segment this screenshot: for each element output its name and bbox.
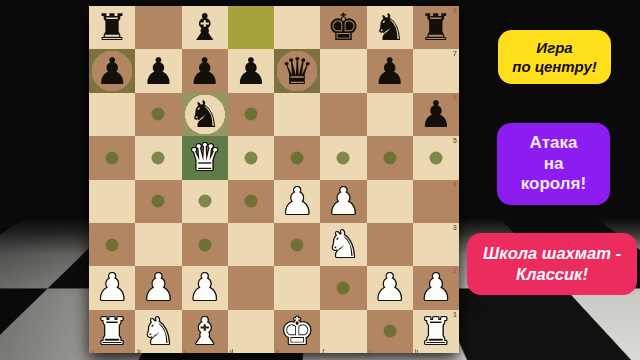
banner-chess-school-line2: Классик! <box>516 264 588 285</box>
square-g6[interactable] <box>367 93 413 136</box>
square-f3[interactable]: ♞ <box>320 223 366 266</box>
square-b5[interactable] <box>135 136 181 179</box>
file-label-b: b <box>137 348 141 353</box>
file-label-a: a <box>91 348 94 353</box>
piece-black-bishop[interactable]: ♝ <box>188 9 221 46</box>
square-h2[interactable]: ♟2 <box>413 266 459 309</box>
square-e4[interactable]: ♟ <box>274 180 320 223</box>
square-g1[interactable]: g <box>367 310 413 353</box>
square-a2[interactable]: ♟ <box>89 266 135 309</box>
square-h3[interactable]: 3 <box>413 223 459 266</box>
square-a4[interactable] <box>89 180 135 223</box>
piece-black-pawn[interactable]: ♟ <box>142 53 175 90</box>
piece-black-pawn[interactable]: ♟ <box>373 53 406 90</box>
square-c4[interactable] <box>182 180 228 223</box>
square-e7[interactable]: ♛ <box>274 49 320 92</box>
square-f7[interactable] <box>320 49 366 92</box>
rank-label-2: 2 <box>453 267 457 274</box>
banner-play-center-line1: Игра <box>536 38 572 58</box>
square-b6[interactable] <box>135 93 181 136</box>
square-b4[interactable] <box>135 180 181 223</box>
rank-label-3: 3 <box>453 224 457 231</box>
square-f5[interactable] <box>320 136 366 179</box>
square-e1[interactable]: ♚e <box>274 310 320 353</box>
square-d7[interactable]: ♟ <box>228 49 274 92</box>
square-h6[interactable]: ♟6 <box>413 93 459 136</box>
piece-white-queen[interactable]: ♛ <box>188 139 221 176</box>
piece-white-rook[interactable]: ♜ <box>96 313 129 350</box>
square-f2[interactable] <box>320 266 366 309</box>
file-label-h: h <box>415 348 419 353</box>
piece-white-pawn[interactable]: ♟ <box>419 269 452 306</box>
square-c1[interactable]: ♝c <box>182 310 228 353</box>
square-g5[interactable] <box>367 136 413 179</box>
banner-attack-king-line2: на <box>544 154 564 174</box>
banner-attack-king-line1: Атака <box>530 133 578 153</box>
piece-white-knight[interactable]: ♞ <box>142 313 175 350</box>
piece-black-queen[interactable]: ♛ <box>281 53 314 90</box>
square-g7[interactable]: ♟ <box>367 49 413 92</box>
square-h1[interactable]: ♜1h <box>413 310 459 353</box>
square-h4[interactable]: 4 <box>413 180 459 223</box>
square-b3[interactable] <box>135 223 181 266</box>
rank-label-6: 6 <box>453 94 457 101</box>
file-label-g: g <box>369 348 373 353</box>
file-label-c: c <box>184 348 187 353</box>
square-h7[interactable]: 7 <box>413 49 459 92</box>
square-d4[interactable] <box>228 180 274 223</box>
square-d2[interactable] <box>228 266 274 309</box>
rank-label-1: 1 <box>453 311 457 318</box>
piece-white-pawn[interactable]: ♟ <box>281 183 314 220</box>
square-b8[interactable] <box>135 6 181 49</box>
file-label-f: f <box>322 348 324 353</box>
square-b1[interactable]: ♞b <box>135 310 181 353</box>
piece-white-knight[interactable]: ♞ <box>327 226 360 263</box>
rank-label-8: 8 <box>453 7 457 14</box>
square-d8[interactable] <box>228 6 274 49</box>
piece-black-pawn[interactable]: ♟ <box>96 53 129 90</box>
piece-black-king[interactable]: ♚ <box>327 9 360 46</box>
square-h5[interactable]: 5 <box>413 136 459 179</box>
square-a5[interactable] <box>89 136 135 179</box>
square-d1[interactable]: d <box>228 310 274 353</box>
square-f8[interactable]: ♚ <box>320 6 366 49</box>
rank-label-4: 4 <box>453 181 457 188</box>
banner-attack-king: Атака на короля! <box>497 123 610 205</box>
square-e2[interactable] <box>274 266 320 309</box>
square-a7[interactable]: ♟ <box>89 49 135 92</box>
piece-white-pawn[interactable]: ♟ <box>327 183 360 220</box>
square-c7[interactable]: ♟ <box>182 49 228 92</box>
square-e8[interactable] <box>274 6 320 49</box>
piece-white-pawn[interactable]: ♟ <box>188 269 221 306</box>
rank-label-5: 5 <box>453 137 457 144</box>
piece-white-rook[interactable]: ♜ <box>419 313 452 350</box>
file-label-d: d <box>230 348 234 353</box>
piece-black-pawn[interactable]: ♟ <box>419 96 452 133</box>
square-d6[interactable] <box>228 93 274 136</box>
banner-attack-king-line3: короля! <box>521 174 586 194</box>
square-g2[interactable]: ♟ <box>367 266 413 309</box>
square-e3[interactable] <box>274 223 320 266</box>
square-e6[interactable] <box>274 93 320 136</box>
square-a8[interactable]: ♜ <box>89 6 135 49</box>
square-f1[interactable]: f <box>320 310 366 353</box>
piece-white-pawn[interactable]: ♟ <box>373 269 406 306</box>
banner-chess-school: Школа шахмат - Классик! <box>467 233 637 295</box>
square-c8[interactable]: ♝ <box>182 6 228 49</box>
piece-white-bishop[interactable]: ♝ <box>188 313 221 350</box>
piece-white-pawn[interactable]: ♟ <box>142 269 175 306</box>
piece-black-rook[interactable]: ♜ <box>419 9 452 46</box>
piece-black-knight[interactable]: ♞ <box>188 96 221 133</box>
banner-play-center-line2: по центру! <box>512 57 596 77</box>
chess-board[interactable]: ♜♝♚♞♜8♟♟♟♟♛♟7♞♟6♛5♟♟4♞3♟♟♟♟♟2♜a♞b♝cd♚efg… <box>89 6 459 353</box>
square-a1[interactable]: ♜a <box>89 310 135 353</box>
square-g4[interactable] <box>367 180 413 223</box>
banner-chess-school-line1: Школа шахмат - <box>483 243 621 264</box>
piece-black-knight[interactable]: ♞ <box>373 9 406 46</box>
square-g3[interactable] <box>367 223 413 266</box>
piece-black-pawn[interactable]: ♟ <box>234 53 267 90</box>
square-d3[interactable] <box>228 223 274 266</box>
piece-black-rook[interactable]: ♜ <box>96 9 129 46</box>
square-a3[interactable] <box>89 223 135 266</box>
square-d5[interactable] <box>228 136 274 179</box>
square-c5[interactable]: ♛ <box>182 136 228 179</box>
square-c3[interactable] <box>182 223 228 266</box>
banner-play-center: Игра по центру! <box>498 30 611 84</box>
file-label-e: e <box>276 348 279 353</box>
square-h8[interactable]: ♜8 <box>413 6 459 49</box>
rank-label-7: 7 <box>453 50 457 57</box>
square-a6[interactable] <box>89 93 135 136</box>
piece-white-king[interactable]: ♚ <box>281 313 314 350</box>
piece-white-pawn[interactable]: ♟ <box>96 269 129 306</box>
square-c2[interactable]: ♟ <box>182 266 228 309</box>
square-c6[interactable]: ♞ <box>182 93 228 136</box>
square-f6[interactable] <box>320 93 366 136</box>
square-f4[interactable]: ♟ <box>320 180 366 223</box>
square-g8[interactable]: ♞ <box>367 6 413 49</box>
square-b2[interactable]: ♟ <box>135 266 181 309</box>
square-e5[interactable] <box>274 136 320 179</box>
square-b7[interactable]: ♟ <box>135 49 181 92</box>
piece-black-pawn[interactable]: ♟ <box>188 53 221 90</box>
